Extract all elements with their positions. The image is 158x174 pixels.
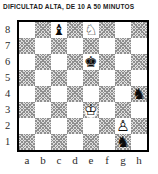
square-h5[interactable] [131, 70, 147, 86]
rank-labels: 87654321 [1, 20, 14, 154]
piece-black-knight[interactable]: ♞ [132, 86, 145, 102]
square-h1[interactable] [131, 134, 147, 150]
file-label-d: d [67, 153, 83, 167]
square-b7[interactable] [35, 38, 51, 54]
square-d3[interactable] [67, 102, 83, 118]
square-f1[interactable] [99, 134, 115, 150]
square-b2[interactable] [35, 118, 51, 134]
square-f6[interactable] [99, 54, 115, 70]
difficulty-title: DIFICULTAD ALTA, DE 10 A 50 MINUTOS [3, 3, 134, 10]
square-a8[interactable] [19, 22, 35, 38]
square-b4[interactable] [35, 86, 51, 102]
square-h3[interactable] [131, 102, 147, 118]
square-d7[interactable] [67, 38, 83, 54]
square-d4[interactable] [67, 86, 83, 102]
square-h4[interactable]: ♞ [131, 86, 147, 102]
rank-label-8: 8 [1, 22, 14, 38]
square-h7[interactable] [131, 38, 147, 54]
square-f2[interactable] [99, 118, 115, 134]
rank-label-6: 6 [1, 54, 14, 70]
square-a2[interactable] [19, 118, 35, 134]
square-h8[interactable] [131, 22, 147, 38]
square-c4[interactable] [51, 86, 67, 102]
square-e4[interactable] [83, 86, 99, 102]
file-label-h: h [131, 153, 147, 167]
square-g3[interactable] [115, 102, 131, 118]
square-d1[interactable] [67, 134, 83, 150]
square-b3[interactable] [35, 102, 51, 118]
square-e7[interactable] [83, 38, 99, 54]
square-g4[interactable] [115, 86, 131, 102]
square-e6[interactable]: ♚ [83, 54, 99, 70]
piece-white-pawn[interactable]: ♙ [116, 118, 129, 134]
square-c3[interactable] [51, 102, 67, 118]
piece-white-knight[interactable]: ♘ [84, 22, 97, 38]
square-c1[interactable] [51, 134, 67, 150]
rank-label-7: 7 [1, 38, 14, 54]
square-e3[interactable]: ♔ [83, 102, 99, 118]
square-b8[interactable] [35, 22, 51, 38]
square-d8[interactable] [67, 22, 83, 38]
chess-board: ♝♘♚♞♔♙♞ [19, 22, 147, 150]
square-h6[interactable] [131, 54, 147, 70]
square-b6[interactable] [35, 54, 51, 70]
square-g1[interactable]: ♞ [115, 134, 131, 150]
square-c6[interactable] [51, 54, 67, 70]
piece-black-bishop[interactable]: ♝ [52, 22, 65, 38]
square-g2[interactable]: ♙ [115, 118, 131, 134]
rank-label-2: 2 [1, 118, 14, 134]
square-e2[interactable] [83, 118, 99, 134]
square-h2[interactable] [131, 118, 147, 134]
square-d6[interactable] [67, 54, 83, 70]
square-d5[interactable] [67, 70, 83, 86]
file-label-a: a [19, 153, 35, 167]
square-e5[interactable] [83, 70, 99, 86]
square-c2[interactable] [51, 118, 67, 134]
square-a6[interactable] [19, 54, 35, 70]
square-a3[interactable] [19, 102, 35, 118]
square-b5[interactable] [35, 70, 51, 86]
file-label-c: c [51, 153, 67, 167]
piece-black-king[interactable]: ♚ [84, 54, 97, 70]
square-b1[interactable] [35, 134, 51, 150]
square-a7[interactable] [19, 38, 35, 54]
square-f7[interactable] [99, 38, 115, 54]
square-f5[interactable] [99, 70, 115, 86]
file-label-b: b [35, 153, 51, 167]
chess-board-frame: ♝♘♚♞♔♙♞ [17, 20, 149, 152]
square-c5[interactable] [51, 70, 67, 86]
piece-white-king[interactable]: ♔ [84, 102, 97, 118]
file-label-e: e [83, 153, 99, 167]
rank-label-5: 5 [1, 70, 14, 86]
file-labels: abcdefgh [19, 153, 147, 167]
file-label-g: g [115, 153, 131, 167]
square-f8[interactable] [99, 22, 115, 38]
square-c8[interactable]: ♝ [51, 22, 67, 38]
square-g5[interactable] [115, 70, 131, 86]
square-a1[interactable] [19, 134, 35, 150]
square-g6[interactable] [115, 54, 131, 70]
square-c7[interactable] [51, 38, 67, 54]
file-label-f: f [99, 153, 115, 167]
square-d2[interactable] [67, 118, 83, 134]
piece-black-knight[interactable]: ♞ [116, 134, 129, 150]
square-g8[interactable] [115, 22, 131, 38]
rank-label-1: 1 [1, 134, 14, 150]
square-f3[interactable] [99, 102, 115, 118]
square-a4[interactable] [19, 86, 35, 102]
square-e8[interactable]: ♘ [83, 22, 99, 38]
rank-label-4: 4 [1, 86, 14, 102]
rank-label-3: 3 [1, 102, 14, 118]
square-e1[interactable] [83, 134, 99, 150]
page: DIFICULTAD ALTA, DE 10 A 50 MINUTOS 8765… [0, 0, 158, 174]
square-f4[interactable] [99, 86, 115, 102]
square-g7[interactable] [115, 38, 131, 54]
square-a5[interactable] [19, 70, 35, 86]
